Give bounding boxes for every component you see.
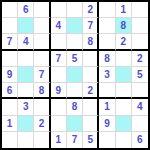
cell-r1c5[interactable] xyxy=(67,2,83,18)
cell-r8c4[interactable] xyxy=(51,116,67,132)
cell-r9c9[interactable]: 6 xyxy=(132,132,148,148)
cell-r8c8[interactable] xyxy=(116,116,132,132)
cell-r6c8[interactable] xyxy=(116,83,132,99)
cell-r2c4[interactable]: 4 xyxy=(51,18,67,34)
cell-r6c3[interactable]: 8 xyxy=(34,83,50,99)
cell-r1c9[interactable] xyxy=(132,2,148,18)
cell-r6c4[interactable]: 9 xyxy=(51,83,67,99)
cell-r9c2[interactable] xyxy=(18,132,34,148)
cell-r6c6[interactable]: 2 xyxy=(83,83,99,99)
cell-r2c7[interactable] xyxy=(99,18,115,34)
cell-r2c9[interactable] xyxy=(132,18,148,34)
cell-r1c3[interactable] xyxy=(34,2,50,18)
cell-r5c1[interactable]: 9 xyxy=(2,67,18,83)
cell-r7c8[interactable] xyxy=(116,99,132,115)
cell-r5c7[interactable]: 3 xyxy=(99,67,115,83)
cell-r9c3[interactable] xyxy=(34,132,50,148)
cell-r8c1[interactable]: 1 xyxy=(2,116,18,132)
cell-r7c4[interactable] xyxy=(51,99,67,115)
cell-r4c8[interactable] xyxy=(116,51,132,67)
cell-r2c6[interactable]: 7 xyxy=(83,18,99,34)
cell-r6c1[interactable]: 6 xyxy=(2,83,18,99)
cell-r8c3[interactable]: 2 xyxy=(34,116,50,132)
cell-r3c6[interactable]: 8 xyxy=(83,34,99,50)
cell-r2c2[interactable] xyxy=(18,18,34,34)
cell-r3c7[interactable] xyxy=(99,34,115,50)
cell-r6c2[interactable] xyxy=(18,83,34,99)
cell-r9c1[interactable] xyxy=(2,132,18,148)
cell-r1c2[interactable]: 6 xyxy=(18,2,34,18)
cell-r4c5[interactable]: 5 xyxy=(67,51,83,67)
cell-r1c4[interactable] xyxy=(51,2,67,18)
cell-r7c9[interactable]: 4 xyxy=(132,99,148,115)
cell-r8c7[interactable]: 9 xyxy=(99,116,115,132)
cell-r9c7[interactable] xyxy=(99,132,115,148)
cell-r3c9[interactable] xyxy=(132,34,148,50)
cell-r5c4[interactable] xyxy=(51,67,67,83)
cell-r7c3[interactable] xyxy=(34,99,50,115)
cell-r8c9[interactable] xyxy=(132,116,148,132)
cell-r9c8[interactable] xyxy=(116,132,132,148)
cell-r5c6[interactable] xyxy=(83,67,99,83)
cell-r3c8[interactable]: 2 xyxy=(116,34,132,50)
sudoku-board: 621478748275829735689238141291756 xyxy=(0,0,150,150)
cell-r3c1[interactable]: 7 xyxy=(2,34,18,50)
cell-r2c1[interactable] xyxy=(2,18,18,34)
cell-r9c5[interactable]: 7 xyxy=(67,132,83,148)
cell-r5c8[interactable] xyxy=(116,67,132,83)
cell-r3c2[interactable]: 4 xyxy=(18,34,34,50)
cell-r6c5[interactable] xyxy=(67,83,83,99)
cell-r1c8[interactable]: 1 xyxy=(116,2,132,18)
cell-r4c1[interactable] xyxy=(2,51,18,67)
cell-r5c5[interactable] xyxy=(67,67,83,83)
cell-r2c8[interactable]: 8 xyxy=(116,18,132,34)
cell-r7c1[interactable] xyxy=(2,99,18,115)
cell-r8c6[interactable] xyxy=(83,116,99,132)
cell-r7c5[interactable]: 8 xyxy=(67,99,83,115)
cell-r5c2[interactable] xyxy=(18,67,34,83)
cell-r4c2[interactable] xyxy=(18,51,34,67)
cell-r5c3[interactable]: 7 xyxy=(34,67,50,83)
cell-r9c6[interactable]: 5 xyxy=(83,132,99,148)
cell-r4c4[interactable]: 7 xyxy=(51,51,67,67)
cell-r4c6[interactable] xyxy=(83,51,99,67)
cell-r1c1[interactable] xyxy=(2,2,18,18)
cell-r6c9[interactable] xyxy=(132,83,148,99)
cell-r8c5[interactable] xyxy=(67,116,83,132)
cell-r2c5[interactable] xyxy=(67,18,83,34)
cell-r3c3[interactable] xyxy=(34,34,50,50)
cell-r4c3[interactable] xyxy=(34,51,50,67)
cell-r7c2[interactable]: 3 xyxy=(18,99,34,115)
cell-r4c9[interactable]: 2 xyxy=(132,51,148,67)
cell-r7c6[interactable] xyxy=(83,99,99,115)
cell-r7c7[interactable]: 1 xyxy=(99,99,115,115)
cell-r9c4[interactable]: 1 xyxy=(51,132,67,148)
cell-r1c7[interactable] xyxy=(99,2,115,18)
cell-r6c7[interactable] xyxy=(99,83,115,99)
cell-r3c5[interactable] xyxy=(67,34,83,50)
cell-r5c9[interactable]: 5 xyxy=(132,67,148,83)
cell-r1c6[interactable]: 2 xyxy=(83,2,99,18)
cell-r3c4[interactable] xyxy=(51,34,67,50)
cell-r8c2[interactable] xyxy=(18,116,34,132)
cell-r2c3[interactable] xyxy=(34,18,50,34)
cell-r4c7[interactable]: 8 xyxy=(99,51,115,67)
